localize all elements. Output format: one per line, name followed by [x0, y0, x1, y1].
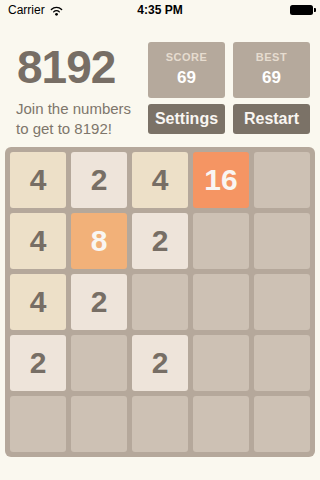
status-bar: Carrier 4:35 PM — [0, 0, 320, 20]
best-box: BEST 69 — [233, 42, 310, 98]
app-screen: Carrier 4:35 PM 8192 SCORE 69 BEST 69 Jo… — [0, 0, 320, 480]
empty-cell — [254, 274, 310, 330]
empty-cell — [10, 396, 66, 452]
tile-4: 4 — [132, 152, 188, 208]
tile-2: 2 — [71, 152, 127, 208]
board[interactable]: 424164824222 — [5, 147, 315, 457]
tile-4: 4 — [10, 152, 66, 208]
restart-button[interactable]: Restart — [233, 104, 310, 134]
score-box: SCORE 69 — [148, 42, 225, 98]
tile-8: 8 — [71, 213, 127, 269]
settings-button[interactable]: Settings — [148, 104, 225, 134]
empty-cell — [132, 396, 188, 452]
battery-icon — [290, 5, 313, 15]
status-bar-right — [290, 0, 313, 20]
tile-2: 2 — [10, 335, 66, 391]
empty-cell — [132, 274, 188, 330]
subtitle: Join the numbers to get to 8192! — [16, 99, 131, 139]
clock-label: 4:35 PM — [0, 0, 320, 20]
tile-2: 2 — [132, 335, 188, 391]
subtitle-line1: Join the numbers — [16, 99, 131, 119]
page-title: 8192 — [17, 38, 115, 96]
empty-cell — [71, 396, 127, 452]
tile-16: 16 — [193, 152, 249, 208]
button-row: Settings Restart — [148, 104, 310, 134]
empty-cell — [254, 152, 310, 208]
empty-cell — [254, 213, 310, 269]
empty-cell — [193, 274, 249, 330]
empty-cell — [193, 396, 249, 452]
score-label: SCORE — [166, 51, 208, 63]
empty-cell — [193, 335, 249, 391]
tile-2: 2 — [71, 274, 127, 330]
subtitle-line2: to get to 8192! — [16, 119, 131, 139]
best-value: 69 — [262, 68, 281, 88]
best-label: BEST — [256, 51, 287, 63]
score-row: SCORE 69 BEST 69 — [148, 42, 310, 98]
tile-2: 2 — [132, 213, 188, 269]
tile-4: 4 — [10, 274, 66, 330]
score-value: 69 — [177, 68, 196, 88]
empty-cell — [254, 335, 310, 391]
empty-cell — [71, 335, 127, 391]
empty-cell — [193, 213, 249, 269]
tile-4: 4 — [10, 213, 66, 269]
empty-cell — [254, 396, 310, 452]
